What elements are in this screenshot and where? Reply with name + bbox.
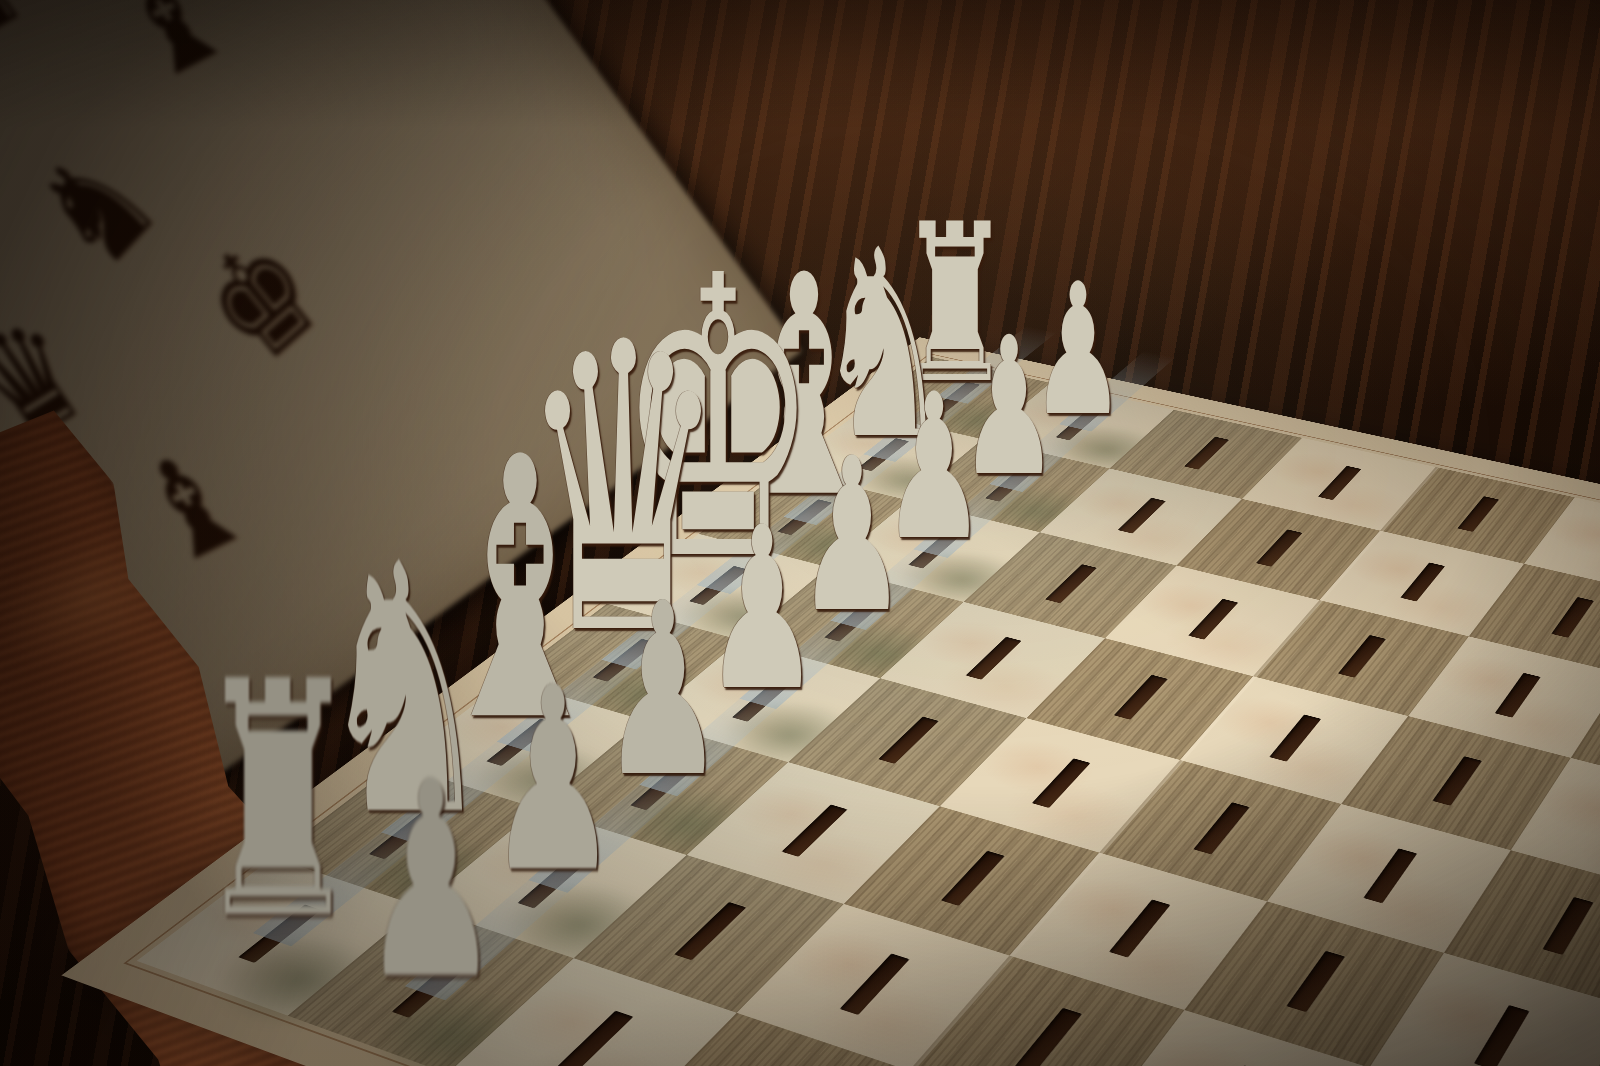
- knight-cutout-icon: ♞: [0, 0, 44, 73]
- piece-slot: [878, 716, 939, 764]
- piece-slot: [1318, 466, 1362, 501]
- piece-slot: [1286, 951, 1345, 1013]
- piece-slot: [1109, 899, 1171, 957]
- piece-slot: [1056, 409, 1103, 441]
- piece-slot: [1432, 756, 1482, 806]
- piece-slot: [1193, 802, 1250, 855]
- piece-slot: [985, 467, 1035, 502]
- piece-slot: [1032, 758, 1091, 808]
- knight-cutout-icon: ♞: [13, 116, 179, 299]
- piece-slot: [1014, 1008, 1082, 1066]
- piece-slot: [839, 953, 909, 1015]
- piece-slot: [369, 807, 445, 860]
- piece-slot: [630, 760, 698, 810]
- piece-slot: [238, 904, 321, 963]
- piece-slot: [1188, 599, 1238, 640]
- piece-slot: [1256, 529, 1303, 567]
- piece-slot: [1184, 437, 1229, 470]
- piece-slot: [1474, 1005, 1530, 1066]
- piece-slot: [858, 438, 909, 471]
- piece-slot: [732, 677, 795, 722]
- piece-slot: [777, 499, 832, 535]
- piece-slot: [1400, 562, 1445, 601]
- piece-slot: [1114, 675, 1169, 720]
- king-cutout-icon: ♚: [178, 209, 345, 390]
- piece-slot: [1117, 498, 1166, 534]
- piece-slot: [391, 956, 473, 1018]
- piece-slot: [592, 639, 656, 682]
- piece-slot: [517, 853, 591, 909]
- piece-slot: [908, 531, 962, 569]
- piece-slot: [1045, 564, 1097, 603]
- piece-slot: [554, 1010, 634, 1066]
- piece-slot: [1363, 848, 1417, 903]
- piece-slot: [1551, 597, 1594, 638]
- piece-slot: [965, 637, 1021, 680]
- piece-slot: [1338, 635, 1387, 678]
- bishop-cutout-icon: ♝: [114, 427, 267, 587]
- piece-slot: [1457, 496, 1499, 532]
- piece-slot: [932, 382, 980, 413]
- bishop-cutout-icon: ♝: [94, 0, 248, 103]
- piece-slot: [1495, 673, 1541, 718]
- piece-slot: [486, 718, 556, 766]
- piece-slot: [1542, 897, 1593, 955]
- piece-slot: [674, 902, 747, 961]
- piece-slot: [1269, 714, 1321, 761]
- piece-slot: [689, 566, 748, 605]
- piece-slot: [824, 600, 882, 641]
- piece-slot: [941, 851, 1005, 906]
- piece-slot: [781, 804, 847, 857]
